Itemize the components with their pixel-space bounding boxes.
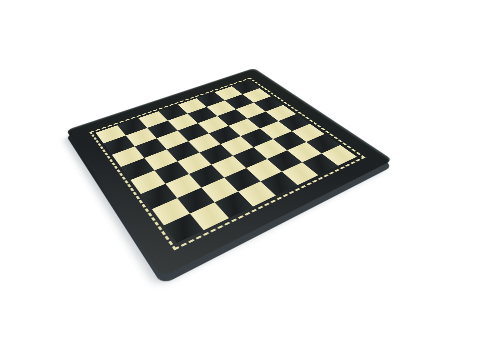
photo-stage xyxy=(0,0,480,360)
board-grid xyxy=(96,81,357,244)
